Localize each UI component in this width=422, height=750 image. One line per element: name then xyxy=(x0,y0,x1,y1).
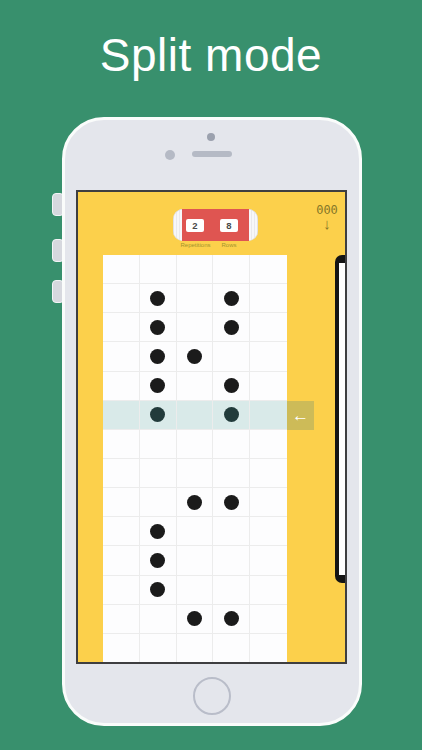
cell-r11c1[interactable] xyxy=(103,546,140,575)
camera-icon xyxy=(207,133,215,141)
cell-r11c3[interactable] xyxy=(177,546,214,575)
cell-r3c1[interactable] xyxy=(103,313,140,342)
cell-r6c2[interactable] xyxy=(140,401,177,430)
cell-r9c3[interactable] xyxy=(177,488,214,517)
dot xyxy=(150,378,165,393)
shift-row-left-button[interactable]: ← xyxy=(287,401,314,430)
cell-r9c1[interactable] xyxy=(103,488,140,517)
cell-r9c4[interactable] xyxy=(213,488,250,517)
page-title: Split mode xyxy=(0,24,422,86)
cell-r7c3[interactable] xyxy=(177,430,214,459)
cell-r8c4[interactable] xyxy=(213,459,250,488)
cell-r14c4[interactable] xyxy=(213,634,250,663)
cell-r7c5[interactable] xyxy=(250,430,287,459)
left-arrow-icon: ← xyxy=(292,406,309,425)
cell-r6c5[interactable] xyxy=(250,401,287,430)
cell-r13c2[interactable] xyxy=(140,605,177,634)
cell-r2c5[interactable] xyxy=(250,284,287,313)
cell-r14c1[interactable] xyxy=(103,634,140,663)
cell-r1c2[interactable] xyxy=(140,255,177,284)
cell-r10c1[interactable] xyxy=(103,517,140,546)
cell-r7c4[interactable] xyxy=(213,430,250,459)
cell-r5c5[interactable] xyxy=(250,372,287,401)
cell-r3c3[interactable] xyxy=(177,313,214,342)
cell-r6c1[interactable] xyxy=(103,401,140,430)
cell-r8c1[interactable] xyxy=(103,459,140,488)
cell-r11c5[interactable] xyxy=(250,546,287,575)
dot xyxy=(187,611,202,626)
scoreboard: 2 8 xyxy=(173,209,258,241)
dot xyxy=(224,407,239,422)
cell-r8c3[interactable] xyxy=(177,459,214,488)
rows-label: Rows xyxy=(207,241,251,249)
dot xyxy=(224,291,239,306)
cell-r12c5[interactable] xyxy=(250,576,287,605)
cell-r9c5[interactable] xyxy=(250,488,287,517)
cell-r4c4[interactable] xyxy=(213,342,250,371)
dot xyxy=(150,582,165,597)
cell-r11c2[interactable] xyxy=(140,546,177,575)
cell-r1c3[interactable] xyxy=(177,255,214,284)
cell-r9c2[interactable] xyxy=(140,488,177,517)
cell-r2c1[interactable] xyxy=(103,284,140,313)
dot xyxy=(150,291,165,306)
dot xyxy=(150,553,165,568)
dot xyxy=(150,320,165,335)
cell-r4c5[interactable] xyxy=(250,342,287,371)
cell-r5c1[interactable] xyxy=(103,372,140,401)
cell-r11c4[interactable] xyxy=(213,546,250,575)
cell-r14c5[interactable] xyxy=(250,634,287,663)
cell-r3c4[interactable] xyxy=(213,313,250,342)
board-grid xyxy=(103,255,287,663)
cell-r5c2[interactable] xyxy=(140,372,177,401)
dot xyxy=(150,407,165,422)
cell-r7c1[interactable] xyxy=(103,430,140,459)
scoreboard-red-panel: 2 8 xyxy=(182,209,249,241)
cell-r8c2[interactable] xyxy=(140,459,177,488)
game-screen: 2 8 Repetitions Rows 000 ↓ ← xyxy=(76,190,347,664)
dot xyxy=(187,495,202,510)
cell-r10c2[interactable] xyxy=(140,517,177,546)
cell-r13c5[interactable] xyxy=(250,605,287,634)
dot xyxy=(224,611,239,626)
rows-value: 8 xyxy=(220,219,238,232)
dot xyxy=(224,320,239,335)
cell-r1c5[interactable] xyxy=(250,255,287,284)
cell-r6c4[interactable] xyxy=(213,401,250,430)
cell-r13c1[interactable] xyxy=(103,605,140,634)
dot xyxy=(224,378,239,393)
cell-r3c2[interactable] xyxy=(140,313,177,342)
cell-r4c1[interactable] xyxy=(103,342,140,371)
front-camera-icon xyxy=(165,150,175,160)
cell-r6c3[interactable] xyxy=(177,401,214,430)
cell-r10c4[interactable] xyxy=(213,517,250,546)
cell-r10c3[interactable] xyxy=(177,517,214,546)
cell-r4c2[interactable] xyxy=(140,342,177,371)
cell-r10c5[interactable] xyxy=(250,517,287,546)
cell-r3c5[interactable] xyxy=(250,313,287,342)
cell-r14c3[interactable] xyxy=(177,634,214,663)
cell-r13c3[interactable] xyxy=(177,605,214,634)
cell-r14c2[interactable] xyxy=(140,634,177,663)
cell-r1c1[interactable] xyxy=(103,255,140,284)
cell-r12c1[interactable] xyxy=(103,576,140,605)
cell-r2c3[interactable] xyxy=(177,284,214,313)
dot xyxy=(187,349,202,364)
cell-r5c3[interactable] xyxy=(177,372,214,401)
down-arrow-icon: ↓ xyxy=(312,216,342,231)
cell-r12c2[interactable] xyxy=(140,576,177,605)
cell-r7c2[interactable] xyxy=(140,430,177,459)
cell-r2c2[interactable] xyxy=(140,284,177,313)
dot xyxy=(150,524,165,539)
home-button[interactable] xyxy=(193,677,231,715)
cell-r4c3[interactable] xyxy=(177,342,214,371)
cell-r1c4[interactable] xyxy=(213,255,250,284)
cell-r12c4[interactable] xyxy=(213,576,250,605)
cell-r2c4[interactable] xyxy=(213,284,250,313)
repetitions-value: 2 xyxy=(186,219,204,232)
dot xyxy=(150,349,165,364)
side-track xyxy=(335,255,347,583)
cell-r12c3[interactable] xyxy=(177,576,214,605)
cell-r5c4[interactable] xyxy=(213,372,250,401)
speaker-slot xyxy=(192,151,232,157)
drop-rows-button[interactable]: 000 ↓ xyxy=(312,204,342,231)
cell-r8c5[interactable] xyxy=(250,459,287,488)
dot xyxy=(224,495,239,510)
cell-r13c4[interactable] xyxy=(213,605,250,634)
